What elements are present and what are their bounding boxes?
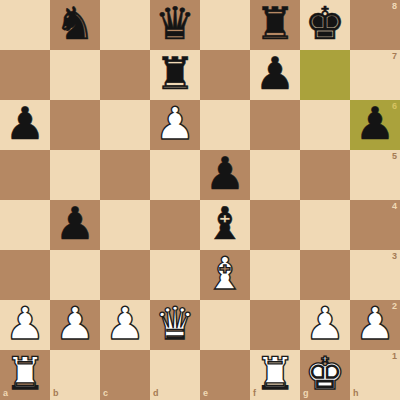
rank-label-5: 5	[392, 152, 397, 161]
square-e6[interactable]	[200, 100, 250, 150]
file-label-h: h	[353, 389, 359, 398]
chess-board: ♞♛♜♚8♜♟7♟♟♟6♟5♟♝4♝3♟♟♟♛♟♟2♜abcde♜f♚g1h	[0, 0, 400, 400]
square-h2[interactable]: ♟2	[350, 300, 400, 350]
square-f2[interactable]	[250, 300, 300, 350]
square-c2[interactable]: ♟	[100, 300, 150, 350]
square-b5[interactable]	[50, 150, 100, 200]
square-g4[interactable]	[300, 200, 350, 250]
square-d8[interactable]: ♛	[150, 0, 200, 50]
black-pawn[interactable]: ♟	[355, 101, 395, 146]
square-g1[interactable]: ♚g	[300, 350, 350, 400]
rank-label-1: 1	[392, 352, 397, 361]
black-pawn[interactable]: ♟	[5, 101, 45, 146]
white-rook[interactable]: ♜	[5, 351, 45, 396]
square-a3[interactable]	[0, 250, 50, 300]
square-c5[interactable]	[100, 150, 150, 200]
square-h6[interactable]: ♟6	[350, 100, 400, 150]
square-f3[interactable]	[250, 250, 300, 300]
square-b3[interactable]	[50, 250, 100, 300]
square-f7[interactable]: ♟	[250, 50, 300, 100]
black-rook[interactable]: ♜	[155, 51, 195, 96]
square-h7[interactable]: 7	[350, 50, 400, 100]
white-pawn[interactable]: ♟	[305, 301, 345, 346]
square-a6[interactable]: ♟	[0, 100, 50, 150]
black-pawn[interactable]: ♟	[55, 201, 95, 246]
white-king[interactable]: ♚	[305, 351, 345, 396]
square-c6[interactable]	[100, 100, 150, 150]
square-c1[interactable]: c	[100, 350, 150, 400]
square-c4[interactable]	[100, 200, 150, 250]
white-queen[interactable]: ♛	[155, 301, 195, 346]
black-king[interactable]: ♚	[305, 1, 345, 46]
square-e7[interactable]	[200, 50, 250, 100]
black-bishop[interactable]: ♝	[205, 201, 245, 246]
square-d3[interactable]	[150, 250, 200, 300]
square-h8[interactable]: 8	[350, 0, 400, 50]
file-label-a: a	[3, 389, 8, 398]
square-g7[interactable]	[300, 50, 350, 100]
file-label-c: c	[103, 389, 108, 398]
square-a8[interactable]	[0, 0, 50, 50]
square-h4[interactable]: 4	[350, 200, 400, 250]
square-b6[interactable]	[50, 100, 100, 150]
rank-label-2: 2	[392, 302, 397, 311]
file-label-d: d	[153, 389, 159, 398]
square-a1[interactable]: ♜a	[0, 350, 50, 400]
white-pawn[interactable]: ♟	[105, 301, 145, 346]
square-e2[interactable]	[200, 300, 250, 350]
square-g8[interactable]: ♚	[300, 0, 350, 50]
square-f8[interactable]: ♜	[250, 0, 300, 50]
black-pawn[interactable]: ♟	[205, 151, 245, 196]
square-d1[interactable]: d	[150, 350, 200, 400]
square-e8[interactable]	[200, 0, 250, 50]
square-h3[interactable]: 3	[350, 250, 400, 300]
file-label-e: e	[203, 389, 208, 398]
square-a7[interactable]	[0, 50, 50, 100]
chess-board-container: ♞♛♜♚8♜♟7♟♟♟6♟5♟♝4♝3♟♟♟♛♟♟2♜abcde♜f♚g1h	[0, 0, 400, 400]
square-e5[interactable]: ♟	[200, 150, 250, 200]
square-b7[interactable]	[50, 50, 100, 100]
square-b8[interactable]: ♞	[50, 0, 100, 50]
square-c7[interactable]	[100, 50, 150, 100]
square-d2[interactable]: ♛	[150, 300, 200, 350]
square-e3[interactable]: ♝	[200, 250, 250, 300]
white-pawn[interactable]: ♟	[5, 301, 45, 346]
black-rook[interactable]: ♜	[255, 1, 295, 46]
file-label-b: b	[53, 389, 59, 398]
square-c8[interactable]	[100, 0, 150, 50]
white-rook[interactable]: ♜	[255, 351, 295, 396]
square-g3[interactable]	[300, 250, 350, 300]
square-a2[interactable]: ♟	[0, 300, 50, 350]
square-f4[interactable]	[250, 200, 300, 250]
square-f5[interactable]	[250, 150, 300, 200]
white-bishop[interactable]: ♝	[205, 251, 245, 296]
file-label-f: f	[253, 389, 256, 398]
square-g2[interactable]: ♟	[300, 300, 350, 350]
square-d5[interactable]	[150, 150, 200, 200]
square-g5[interactable]	[300, 150, 350, 200]
square-e4[interactable]: ♝	[200, 200, 250, 250]
rank-label-6: 6	[392, 102, 397, 111]
square-c3[interactable]	[100, 250, 150, 300]
square-g6[interactable]	[300, 100, 350, 150]
square-d7[interactable]: ♜	[150, 50, 200, 100]
square-b1[interactable]: b	[50, 350, 100, 400]
square-b2[interactable]: ♟	[50, 300, 100, 350]
black-queen[interactable]: ♛	[155, 1, 195, 46]
black-pawn[interactable]: ♟	[255, 51, 295, 96]
white-pawn[interactable]: ♟	[55, 301, 95, 346]
square-a4[interactable]	[0, 200, 50, 250]
square-e1[interactable]: e	[200, 350, 250, 400]
rank-label-3: 3	[392, 252, 397, 261]
square-h5[interactable]: 5	[350, 150, 400, 200]
black-knight[interactable]: ♞	[55, 1, 95, 46]
rank-label-8: 8	[392, 2, 397, 11]
white-pawn[interactable]: ♟	[355, 301, 395, 346]
rank-label-4: 4	[392, 202, 397, 211]
square-a5[interactable]	[0, 150, 50, 200]
square-f1[interactable]: ♜f	[250, 350, 300, 400]
square-f6[interactable]	[250, 100, 300, 150]
rank-label-7: 7	[392, 52, 397, 61]
file-label-g: g	[303, 389, 309, 398]
square-b4[interactable]: ♟	[50, 200, 100, 250]
white-pawn[interactable]: ♟	[155, 101, 195, 146]
square-d6[interactable]: ♟	[150, 100, 200, 150]
square-d4[interactable]	[150, 200, 200, 250]
square-h1[interactable]: 1h	[350, 350, 400, 400]
